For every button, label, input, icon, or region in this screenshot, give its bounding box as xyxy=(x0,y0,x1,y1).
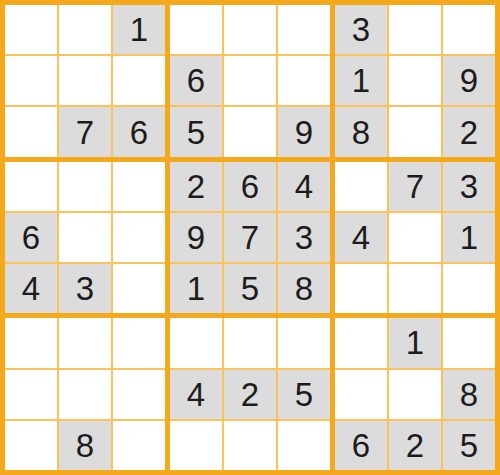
cell-r8c1[interactable] xyxy=(5,370,57,419)
cell-r5c2[interactable] xyxy=(59,213,111,262)
box-7: 8 xyxy=(5,318,165,470)
box-2: 659 xyxy=(170,5,330,157)
cell-r8c5[interactable]: 2 xyxy=(224,370,276,419)
cell-r6c1[interactable]: 4 xyxy=(5,264,57,313)
cell-r4c5[interactable]: 6 xyxy=(224,162,276,211)
cell-r1c7[interactable]: 3 xyxy=(335,5,387,54)
cell-r8c3[interactable] xyxy=(113,370,165,419)
cell-r5c4[interactable]: 9 xyxy=(170,213,222,262)
cell-r3c8[interactable] xyxy=(389,107,441,156)
cell-r2c9[interactable]: 9 xyxy=(443,56,495,105)
cell-r7c7[interactable] xyxy=(335,318,387,367)
cell-r2c3[interactable] xyxy=(113,56,165,105)
box-4: 643 xyxy=(5,162,165,314)
cell-r8c4[interactable]: 4 xyxy=(170,370,222,419)
cell-r9c2[interactable]: 8 xyxy=(59,421,111,470)
cell-r9c7[interactable]: 6 xyxy=(335,421,387,470)
box-8: 425 xyxy=(170,318,330,470)
cell-r1c9[interactable] xyxy=(443,5,495,54)
cell-r9c4[interactable] xyxy=(170,421,222,470)
cell-r1c1[interactable] xyxy=(5,5,57,54)
cell-r3c4[interactable]: 5 xyxy=(170,107,222,156)
cell-r6c9[interactable] xyxy=(443,264,495,313)
cell-r2c8[interactable] xyxy=(389,56,441,105)
cell-r5c8[interactable] xyxy=(389,213,441,262)
cell-r7c5[interactable] xyxy=(224,318,276,367)
cell-r4c7[interactable] xyxy=(335,162,387,211)
cell-r7c8[interactable]: 1 xyxy=(389,318,441,367)
sudoku-board: 176 659 31982 643 264973158 7341 8 425 1… xyxy=(0,0,500,475)
cell-r7c1[interactable] xyxy=(5,318,57,367)
cell-r7c6[interactable] xyxy=(278,318,330,367)
cell-r5c5[interactable]: 7 xyxy=(224,213,276,262)
box-3: 31982 xyxy=(335,5,495,157)
cell-r4c6[interactable]: 4 xyxy=(278,162,330,211)
cell-r5c3[interactable] xyxy=(113,213,165,262)
cell-r3c6[interactable]: 9 xyxy=(278,107,330,156)
cell-r3c9[interactable]: 2 xyxy=(443,107,495,156)
cell-r6c2[interactable]: 3 xyxy=(59,264,111,313)
cell-r6c5[interactable]: 5 xyxy=(224,264,276,313)
cell-r4c8[interactable]: 7 xyxy=(389,162,441,211)
cell-r5c9[interactable]: 1 xyxy=(443,213,495,262)
cell-r7c3[interactable] xyxy=(113,318,165,367)
box-6: 7341 xyxy=(335,162,495,314)
cell-r6c6[interactable]: 8 xyxy=(278,264,330,313)
cell-r4c1[interactable] xyxy=(5,162,57,211)
cell-r7c4[interactable] xyxy=(170,318,222,367)
cell-r5c1[interactable]: 6 xyxy=(5,213,57,262)
cell-r7c2[interactable] xyxy=(59,318,111,367)
cell-r2c5[interactable] xyxy=(224,56,276,105)
cell-r1c4[interactable] xyxy=(170,5,222,54)
cell-r4c4[interactable]: 2 xyxy=(170,162,222,211)
cell-r1c2[interactable] xyxy=(59,5,111,54)
cell-r3c1[interactable] xyxy=(5,107,57,156)
cell-r2c4[interactable]: 6 xyxy=(170,56,222,105)
cell-r6c3[interactable] xyxy=(113,264,165,313)
cell-r2c6[interactable] xyxy=(278,56,330,105)
cell-r9c9[interactable]: 5 xyxy=(443,421,495,470)
cell-r2c7[interactable]: 1 xyxy=(335,56,387,105)
cell-r3c5[interactable] xyxy=(224,107,276,156)
cell-r6c4[interactable]: 1 xyxy=(170,264,222,313)
cell-r1c8[interactable] xyxy=(389,5,441,54)
cell-r9c5[interactable] xyxy=(224,421,276,470)
cell-r5c6[interactable]: 3 xyxy=(278,213,330,262)
cell-r8c6[interactable]: 5 xyxy=(278,370,330,419)
cell-r9c1[interactable] xyxy=(5,421,57,470)
cell-r6c7[interactable] xyxy=(335,264,387,313)
cell-r1c6[interactable] xyxy=(278,5,330,54)
cell-r6c8[interactable] xyxy=(389,264,441,313)
cell-r1c5[interactable] xyxy=(224,5,276,54)
cell-r3c3[interactable]: 6 xyxy=(113,107,165,156)
cell-r8c9[interactable]: 8 xyxy=(443,370,495,419)
cell-r4c9[interactable]: 3 xyxy=(443,162,495,211)
cell-r3c7[interactable]: 8 xyxy=(335,107,387,156)
cell-r2c1[interactable] xyxy=(5,56,57,105)
box-5: 264973158 xyxy=(170,162,330,314)
cell-r2c2[interactable] xyxy=(59,56,111,105)
cell-r8c8[interactable] xyxy=(389,370,441,419)
box-9: 18625 xyxy=(335,318,495,470)
cell-r3c2[interactable]: 7 xyxy=(59,107,111,156)
cell-r4c2[interactable] xyxy=(59,162,111,211)
box-1: 176 xyxy=(5,5,165,157)
cell-r4c3[interactable] xyxy=(113,162,165,211)
cell-r7c9[interactable] xyxy=(443,318,495,367)
cell-r9c3[interactable] xyxy=(113,421,165,470)
cell-r8c2[interactable] xyxy=(59,370,111,419)
cell-r9c8[interactable]: 2 xyxy=(389,421,441,470)
cell-r1c3[interactable]: 1 xyxy=(113,5,165,54)
cell-r8c7[interactable] xyxy=(335,370,387,419)
cell-r5c7[interactable]: 4 xyxy=(335,213,387,262)
cell-r9c6[interactable] xyxy=(278,421,330,470)
